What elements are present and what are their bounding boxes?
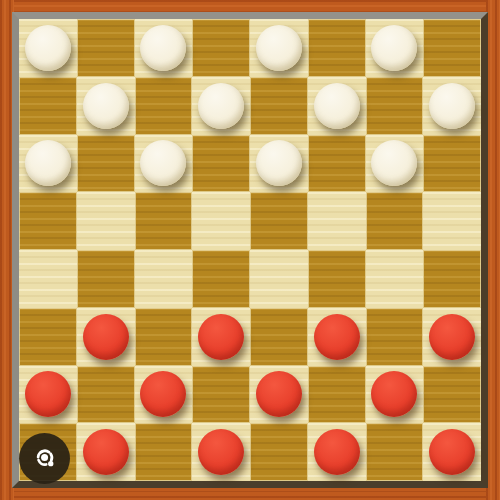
- square-5-0[interactable]: [19, 308, 77, 366]
- square-6-3[interactable]: [192, 366, 250, 424]
- square-0-1[interactable]: [77, 19, 135, 77]
- square-1-4[interactable]: [250, 77, 308, 135]
- white-checker[interactable]: [25, 25, 71, 71]
- white-checker[interactable]: [140, 140, 186, 186]
- square-3-3[interactable]: [192, 192, 250, 250]
- square-5-5[interactable]: [308, 308, 366, 366]
- square-2-2[interactable]: [135, 135, 193, 193]
- square-0-0[interactable]: [19, 19, 77, 77]
- square-7-6[interactable]: [366, 423, 424, 481]
- square-2-6[interactable]: [366, 135, 424, 193]
- square-0-7[interactable]: [423, 19, 481, 77]
- board: [19, 19, 481, 481]
- square-6-4[interactable]: [250, 366, 308, 424]
- board-frame: [12, 12, 488, 488]
- square-6-7[interactable]: [423, 366, 481, 424]
- white-checker[interactable]: [83, 83, 129, 129]
- square-0-6[interactable]: [366, 19, 424, 77]
- square-1-5[interactable]: [308, 77, 366, 135]
- red-checker[interactable]: [198, 429, 244, 475]
- square-5-2[interactable]: [135, 308, 193, 366]
- red-checker[interactable]: [256, 371, 302, 417]
- square-5-7[interactable]: [423, 308, 481, 366]
- square-3-4[interactable]: [250, 192, 308, 250]
- square-2-5[interactable]: [308, 135, 366, 193]
- square-4-2[interactable]: [135, 250, 193, 308]
- square-7-7[interactable]: [423, 423, 481, 481]
- square-2-1[interactable]: [77, 135, 135, 193]
- square-7-2[interactable]: [135, 423, 193, 481]
- square-3-7[interactable]: [423, 192, 481, 250]
- google-lens-icon: [30, 444, 60, 474]
- white-checker[interactable]: [198, 83, 244, 129]
- square-6-0[interactable]: [19, 366, 77, 424]
- red-checker[interactable]: [198, 314, 244, 360]
- square-4-7[interactable]: [423, 250, 481, 308]
- square-7-1[interactable]: [77, 423, 135, 481]
- red-checker[interactable]: [314, 429, 360, 475]
- square-2-0[interactable]: [19, 135, 77, 193]
- white-checker[interactable]: [25, 140, 71, 186]
- square-7-4[interactable]: [250, 423, 308, 481]
- square-5-4[interactable]: [250, 308, 308, 366]
- square-3-0[interactable]: [19, 192, 77, 250]
- square-6-1[interactable]: [77, 366, 135, 424]
- red-checker[interactable]: [140, 371, 186, 417]
- square-4-6[interactable]: [366, 250, 424, 308]
- google-lens-button[interactable]: [19, 433, 70, 484]
- square-3-1[interactable]: [77, 192, 135, 250]
- square-6-5[interactable]: [308, 366, 366, 424]
- red-checker[interactable]: [429, 314, 475, 360]
- white-checker[interactable]: [314, 83, 360, 129]
- square-5-3[interactable]: [192, 308, 250, 366]
- white-checker[interactable]: [256, 140, 302, 186]
- red-checker[interactable]: [83, 429, 129, 475]
- square-4-5[interactable]: [308, 250, 366, 308]
- red-checker[interactable]: [314, 314, 360, 360]
- square-1-2[interactable]: [135, 77, 193, 135]
- square-2-3[interactable]: [192, 135, 250, 193]
- square-3-2[interactable]: [135, 192, 193, 250]
- square-1-1[interactable]: [77, 77, 135, 135]
- white-checker[interactable]: [371, 25, 417, 71]
- square-4-4[interactable]: [250, 250, 308, 308]
- square-6-2[interactable]: [135, 366, 193, 424]
- square-7-3[interactable]: [192, 423, 250, 481]
- wood-rail-right: [486, 0, 500, 500]
- square-0-2[interactable]: [135, 19, 193, 77]
- red-checker[interactable]: [371, 371, 417, 417]
- white-checker[interactable]: [371, 140, 417, 186]
- white-checker[interactable]: [140, 25, 186, 71]
- red-checker[interactable]: [429, 429, 475, 475]
- white-checker[interactable]: [256, 25, 302, 71]
- square-4-0[interactable]: [19, 250, 77, 308]
- square-3-6[interactable]: [366, 192, 424, 250]
- square-4-1[interactable]: [77, 250, 135, 308]
- square-0-5[interactable]: [308, 19, 366, 77]
- square-1-0[interactable]: [19, 77, 77, 135]
- square-2-4[interactable]: [250, 135, 308, 193]
- square-6-6[interactable]: [366, 366, 424, 424]
- white-checker[interactable]: [429, 83, 475, 129]
- square-2-7[interactable]: [423, 135, 481, 193]
- square-1-6[interactable]: [366, 77, 424, 135]
- red-checker[interactable]: [83, 314, 129, 360]
- square-5-6[interactable]: [366, 308, 424, 366]
- square-1-7[interactable]: [423, 77, 481, 135]
- square-0-4[interactable]: [250, 19, 308, 77]
- square-1-3[interactable]: [192, 77, 250, 135]
- square-5-1[interactable]: [77, 308, 135, 366]
- square-4-3[interactable]: [192, 250, 250, 308]
- square-7-5[interactable]: [308, 423, 366, 481]
- square-0-3[interactable]: [192, 19, 250, 77]
- red-checker[interactable]: [25, 371, 71, 417]
- square-3-5[interactable]: [308, 192, 366, 250]
